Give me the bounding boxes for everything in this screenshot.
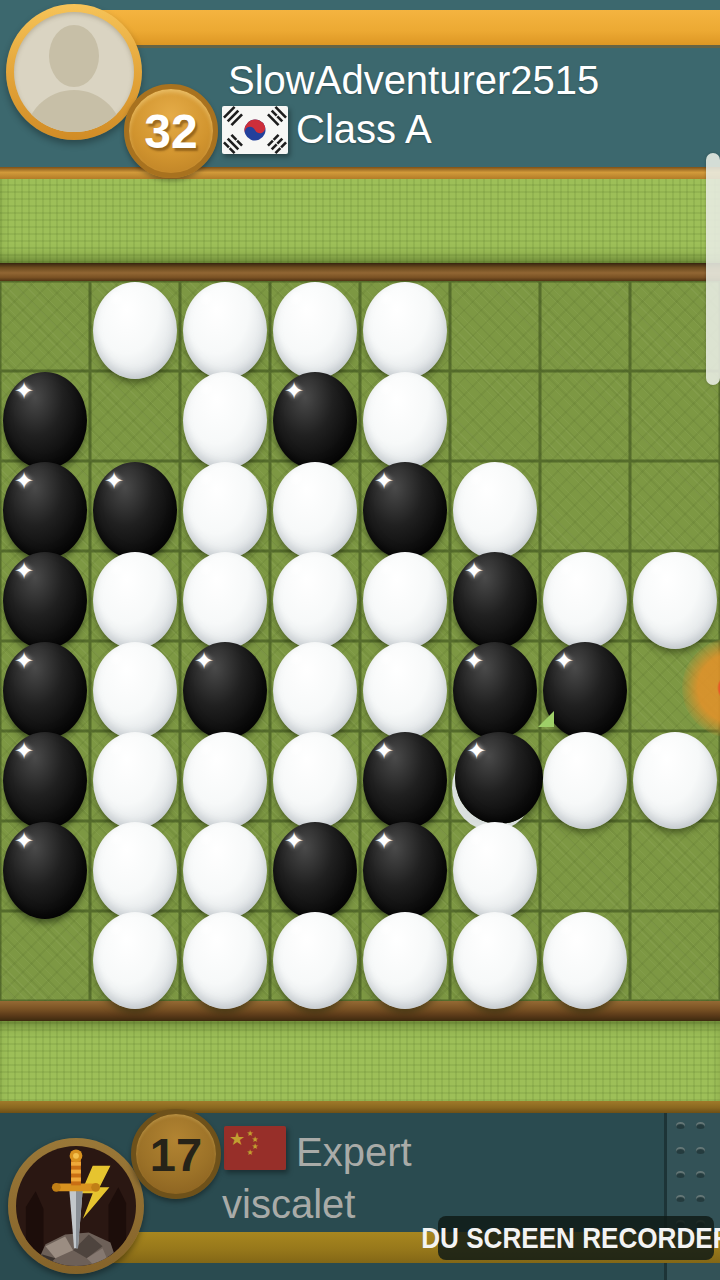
- cell-c2[interactable]: [180, 371, 270, 461]
- top-player-score: 32: [144, 104, 197, 159]
- cell-b6[interactable]: [90, 731, 180, 821]
- white-disc: [183, 912, 267, 1009]
- top-gold-strip: [84, 10, 720, 45]
- white-disc: [453, 912, 537, 1009]
- white-disc: [453, 822, 537, 919]
- cell-h7[interactable]: [630, 821, 720, 911]
- white-disc: [273, 552, 357, 649]
- cell-d8[interactable]: [270, 911, 360, 1001]
- bottom-player-panel: ★ ★ ★ ★ ★ Expert viscalet DU SCREEN RECO…: [0, 1113, 720, 1280]
- cell-d4[interactable]: [270, 551, 360, 641]
- white-disc: [93, 912, 177, 1009]
- board-wood-border-top: [0, 263, 720, 281]
- black-disc: [3, 552, 87, 649]
- table-felt-bottom: [0, 1021, 720, 1101]
- black-disc: [3, 372, 87, 469]
- black-disc: [273, 372, 357, 469]
- cell-g4[interactable]: [540, 551, 630, 641]
- cell-f4[interactable]: [450, 551, 540, 641]
- rivet-decoration: [696, 1195, 705, 1202]
- rivet-decoration: [676, 1195, 685, 1202]
- cell-g7[interactable]: [540, 821, 630, 911]
- white-disc: [363, 372, 447, 469]
- black-disc: [455, 732, 543, 824]
- white-disc: [183, 732, 267, 829]
- cell-b5[interactable]: [90, 641, 180, 731]
- black-disc: [3, 822, 87, 919]
- cell-a4[interactable]: [0, 551, 90, 641]
- white-disc: [183, 462, 267, 559]
- board-wood-border-bottom: [0, 1001, 720, 1021]
- cell-g3[interactable]: [540, 461, 630, 551]
- black-disc: [363, 732, 447, 829]
- top-player-score-badge: 32: [124, 84, 218, 178]
- top-player-rank: Class A: [296, 107, 432, 152]
- cell-f3[interactable]: [450, 461, 540, 551]
- cell-c6[interactable]: [180, 731, 270, 821]
- bottom-player-avatar[interactable]: [8, 1138, 144, 1274]
- china-flag-icon: ★ ★ ★ ★ ★: [224, 1126, 286, 1170]
- white-disc: [93, 282, 177, 379]
- cell-a6[interactable]: [0, 731, 90, 821]
- cell-d1[interactable]: [270, 281, 360, 371]
- white-disc: [273, 462, 357, 559]
- bottom-player-rank: Expert: [296, 1130, 412, 1175]
- cell-e8[interactable]: [360, 911, 450, 1001]
- table-felt-top: [0, 179, 720, 263]
- white-disc: [273, 642, 357, 739]
- bottom-player-score: 17: [150, 1127, 202, 1182]
- cell-c1[interactable]: [180, 281, 270, 371]
- cell-a3[interactable]: [0, 461, 90, 551]
- rivet-decoration: [676, 1147, 685, 1154]
- svg-text:★: ★: [246, 1148, 253, 1157]
- white-disc: [273, 732, 357, 829]
- bottom-player-score-badge: 17: [131, 1109, 221, 1199]
- cell-b1[interactable]: [90, 281, 180, 371]
- cell-c4[interactable]: [180, 551, 270, 641]
- bottom-player-name: viscalet: [222, 1182, 355, 1227]
- white-disc: [543, 732, 627, 829]
- cell-g1[interactable]: [540, 281, 630, 371]
- white-disc: [363, 912, 447, 1009]
- cell-b3[interactable]: [90, 461, 180, 551]
- cell-e5[interactable]: [360, 641, 450, 731]
- cell-f7[interactable]: [450, 821, 540, 911]
- bottom-gold-divider: [0, 1101, 720, 1113]
- black-disc: [3, 732, 87, 829]
- white-disc: [273, 282, 357, 379]
- white-disc: [183, 282, 267, 379]
- sword-in-stone-avatar: [16, 1146, 136, 1266]
- white-disc: [93, 822, 177, 919]
- cell-g8[interactable]: [540, 911, 630, 1001]
- cell-h3[interactable]: [630, 461, 720, 551]
- cell-h4[interactable]: [630, 551, 720, 641]
- cell-a7[interactable]: [0, 821, 90, 911]
- white-disc: [543, 912, 627, 1009]
- cell-e6[interactable]: [360, 731, 450, 821]
- cell-e7[interactable]: [360, 821, 450, 911]
- cell-f5[interactable]: [450, 641, 540, 731]
- top-player-avatar[interactable]: [6, 4, 142, 140]
- cell-g2[interactable]: [540, 371, 630, 461]
- top-player-name: SlowAdventurer2515: [228, 58, 599, 103]
- black-disc: [363, 822, 447, 919]
- cell-d3[interactable]: [270, 461, 360, 551]
- cell-b2[interactable]: [90, 371, 180, 461]
- cell-e2[interactable]: [360, 371, 450, 461]
- cell-a1[interactable]: [0, 281, 90, 371]
- cell-e1[interactable]: [360, 281, 450, 371]
- rivet-decoration: [696, 1122, 705, 1129]
- screen-recorder-watermark: DU SCREEN RECORDER: [438, 1216, 714, 1260]
- white-disc: [363, 642, 447, 739]
- cell-b8[interactable]: [90, 911, 180, 1001]
- white-disc: [183, 552, 267, 649]
- top-gold-divider: [0, 167, 720, 179]
- overlay-scroll-handle[interactable]: [706, 153, 720, 385]
- white-disc: [93, 732, 177, 829]
- rivet-decoration: [696, 1147, 705, 1154]
- white-disc: [273, 912, 357, 1009]
- cell-h8[interactable]: [630, 911, 720, 1001]
- black-disc: [453, 552, 537, 649]
- south-korea-flag-icon: [222, 106, 288, 154]
- white-disc: [93, 552, 177, 649]
- cell-e4[interactable]: [360, 551, 450, 641]
- black-disc: [93, 462, 177, 559]
- black-disc: [453, 642, 537, 739]
- rivet-decoration: [676, 1122, 685, 1129]
- black-disc: [183, 642, 267, 739]
- cell-c8[interactable]: [180, 911, 270, 1001]
- cell-b4[interactable]: [90, 551, 180, 641]
- othello-board: [0, 281, 720, 1001]
- game-screen: 32 SlowAdventurer2515 Class A: [0, 0, 720, 1280]
- rivet-decoration: [696, 1171, 705, 1178]
- cell-f6[interactable]: [450, 731, 540, 821]
- cell-a5[interactable]: [0, 641, 90, 731]
- white-disc: [363, 282, 447, 379]
- cell-d7[interactable]: [270, 821, 360, 911]
- cell-c3[interactable]: [180, 461, 270, 551]
- cell-d5[interactable]: [270, 641, 360, 731]
- white-disc: [633, 552, 717, 649]
- black-disc: [363, 462, 447, 559]
- cell-f1[interactable]: [450, 281, 540, 371]
- white-disc: [183, 822, 267, 919]
- cell-b7[interactable]: [90, 821, 180, 911]
- black-disc: [3, 642, 87, 739]
- white-disc: [93, 642, 177, 739]
- cell-h6[interactable]: [630, 731, 720, 821]
- cell-h2[interactable]: [630, 371, 720, 461]
- svg-text:★: ★: [229, 1128, 245, 1149]
- cell-c7[interactable]: [180, 821, 270, 911]
- cell-d2[interactable]: [270, 371, 360, 461]
- black-disc: [273, 822, 357, 919]
- cell-f8[interactable]: [450, 911, 540, 1001]
- rivet-decoration: [676, 1171, 685, 1178]
- cell-a2[interactable]: [0, 371, 90, 461]
- white-disc: [363, 552, 447, 649]
- white-disc: [453, 462, 537, 559]
- white-disc: [543, 552, 627, 649]
- person-silhouette-icon: [14, 12, 134, 132]
- black-disc: [543, 642, 627, 739]
- cell-c5[interactable]: [180, 641, 270, 731]
- white-disc: [183, 372, 267, 469]
- cell-e3[interactable]: [360, 461, 450, 551]
- flip-highlight-sliver: [538, 711, 554, 727]
- white-disc: [633, 732, 717, 829]
- cell-f2[interactable]: [450, 371, 540, 461]
- cell-g6[interactable]: [540, 731, 630, 821]
- cell-d6[interactable]: [270, 731, 360, 821]
- black-disc: [3, 462, 87, 559]
- cell-a8[interactable]: [0, 911, 90, 1001]
